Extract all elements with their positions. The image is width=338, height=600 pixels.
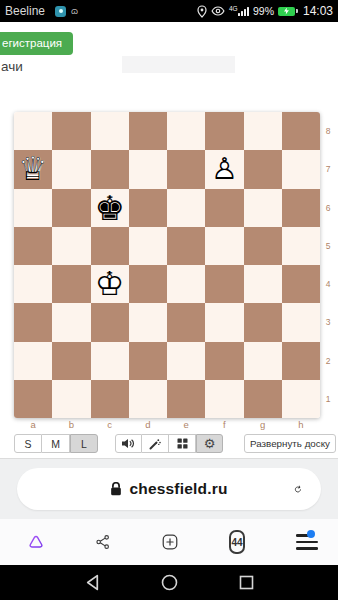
square-f7[interactable]: ♟♙ [205,150,243,188]
square-f1[interactable] [205,380,243,418]
square-f8[interactable] [205,112,243,150]
menu-button[interactable] [290,528,318,556]
square-h6[interactable] [282,189,320,227]
file-label: a [14,419,52,433]
rank-label: 2 [321,342,335,380]
square-e8[interactable] [167,112,205,150]
square-a2[interactable] [14,342,52,380]
square-h3[interactable] [282,303,320,341]
square-a3[interactable] [14,303,52,341]
white-queen[interactable]: ♛♕ [14,150,52,188]
wand-icon [149,438,161,450]
new-tab-button[interactable] [156,528,184,556]
eye-comfort-icon [211,6,225,16]
square-f5[interactable] [205,227,243,265]
square-b7[interactable] [52,150,90,188]
black-king[interactable]: ♚ [91,189,129,227]
file-label: g [244,419,282,433]
rank-label: 7 [321,150,335,188]
tab-counter: 44 [229,530,245,554]
square-a8[interactable] [14,112,52,150]
square-h8[interactable] [282,112,320,150]
square-d1[interactable] [129,380,167,418]
rank-label: 6 [321,189,335,227]
clock-label: 14:03 [303,4,333,18]
square-b8[interactable] [52,112,90,150]
square-a6[interactable] [14,189,52,227]
square-b2[interactable] [52,342,90,380]
square-g2[interactable] [244,342,282,380]
size-large-button[interactable]: L [70,434,98,453]
square-d2[interactable] [129,342,167,380]
square-d6[interactable] [129,189,167,227]
url-text: chessfield.ru [129,480,227,498]
refresh-icon [294,480,302,499]
back-triangle-icon [85,574,100,591]
network-type-label: 4G [229,5,238,12]
file-label: f [205,419,243,433]
analysis-button[interactable] [142,434,169,453]
square-c5[interactable] [91,227,129,265]
square-d5[interactable] [129,227,167,265]
rank-label: 5 [321,227,335,265]
square-e2[interactable] [167,342,205,380]
speaker-icon [122,438,135,449]
location-icon [197,5,207,18]
square-c8[interactable] [91,112,129,150]
square-c7[interactable] [91,150,129,188]
share-icon [95,530,111,554]
rank-label: 3 [321,303,335,341]
square-g6[interactable] [244,189,282,227]
square-b3[interactable] [52,303,90,341]
yandex-browser-icon [28,527,44,557]
size-small-button[interactable]: S [14,434,42,453]
square-f6[interactable] [205,189,243,227]
square-h7[interactable] [282,150,320,188]
battery-percent-label: 99% [253,5,274,17]
board-controls: S M L [0,434,338,454]
square-g1[interactable] [244,380,282,418]
square-h4[interactable] [282,265,320,303]
android-status-bar: Beeline ɷ 4G 99% 14:03 [0,0,338,22]
file-label: b [52,419,90,433]
square-f3[interactable] [205,303,243,341]
file-label: h [282,419,320,433]
plus-square-icon [162,529,178,555]
square-g3[interactable] [244,303,282,341]
settings-button[interactable]: ⚙ [196,434,223,453]
square-e4[interactable] [167,265,205,303]
status-icons: 4G 99% 14:03 [197,4,333,18]
board-tools-group: ⚙ [115,434,223,453]
carrier-label: Beeline [5,4,45,18]
sound-button[interactable] [115,434,142,453]
square-c1[interactable] [91,380,129,418]
square-b5[interactable] [52,227,90,265]
back-button[interactable] [77,565,107,600]
square-c2[interactable] [91,342,129,380]
square-e5[interactable] [167,227,205,265]
square-h1[interactable] [282,380,320,418]
home-button[interactable] [154,565,184,600]
file-label: c [91,419,129,433]
square-d8[interactable] [129,112,167,150]
grid-icon [177,438,188,449]
phone-screen: Beeline ɷ 4G 99% 14:03 егистрация ачи ♛♕… [0,0,338,600]
browser-home-button[interactable] [22,528,50,556]
square-e3[interactable] [167,303,205,341]
recents-square-icon [239,575,254,590]
register-button[interactable]: егистрация [0,32,73,55]
browser-omnibox-panel: chessfield.ru [0,458,338,519]
tasks-heading: ачи [1,59,23,74]
square-c4[interactable]: ♚♔ [91,265,129,303]
square-b4[interactable] [52,265,90,303]
square-c3[interactable] [91,303,129,341]
size-medium-button[interactable]: M [42,434,70,453]
signal-strength-icon: 4G [229,6,249,16]
hamburger-menu-icon [296,534,312,550]
file-label: d [129,419,167,433]
square-h5[interactable] [282,227,320,265]
square-b6[interactable] [52,189,90,227]
square-e6[interactable] [167,189,205,227]
white-king[interactable]: ♚♔ [91,265,129,303]
square-d7[interactable] [129,150,167,188]
recents-button[interactable] [231,565,261,600]
notification-dot [307,530,315,538]
file-label: e [167,419,205,433]
square-b1[interactable] [52,380,90,418]
share-button[interactable] [89,528,117,556]
square-e7[interactable] [167,150,205,188]
square-e1[interactable] [167,380,205,418]
square-c6[interactable]: ♚ [91,189,129,227]
app-notification-icon [55,6,66,17]
white-pawn[interactable]: ♟♙ [205,150,243,188]
flip-board-button[interactable]: Развернуть доску [244,434,336,453]
square-a5[interactable] [14,227,52,265]
headset-notification-icon: ɷ [71,6,78,16]
address-bar[interactable]: chessfield.ru [17,468,321,510]
rank-label: 8 [321,112,335,150]
browser-toolbar: 44 [0,519,338,565]
android-nav-bar [0,565,338,600]
square-f2[interactable] [205,342,243,380]
lock-icon [110,482,122,496]
gear-icon: ⚙ [204,437,216,450]
placeholder-rect [122,56,235,73]
square-d4[interactable] [129,265,167,303]
rank-label: 4 [321,265,335,303]
square-g7[interactable] [244,150,282,188]
square-h2[interactable] [282,342,320,380]
refresh-button[interactable] [288,479,308,499]
battery-icon [278,7,295,16]
square-g5[interactable] [244,227,282,265]
square-a7[interactable]: ♛♕ [14,150,52,188]
tabs-button[interactable]: 44 [223,528,251,556]
rank-label: 1 [321,380,335,418]
square-g4[interactable] [244,265,282,303]
square-a4[interactable] [14,265,52,303]
chess-board[interactable]: ♛♕♟♙♚♚♔ [14,112,320,418]
square-g8[interactable] [244,112,282,150]
board-size-group: S M L [14,434,98,453]
square-a1[interactable] [14,380,52,418]
file-coordinates: a b c d e f g h [14,419,320,433]
square-d3[interactable] [129,303,167,341]
square-f4[interactable] [205,265,243,303]
layout-button[interactable] [169,434,196,453]
home-circle-icon [161,574,178,591]
charging-bolt-icon [283,8,290,15]
rank-coordinates: 8 7 6 5 4 3 2 1 [321,112,335,418]
